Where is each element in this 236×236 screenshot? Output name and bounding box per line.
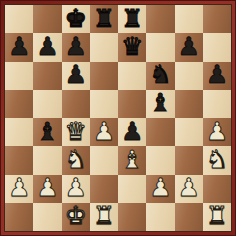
square-d5[interactable]: [90, 90, 118, 118]
square-h5[interactable]: [203, 90, 231, 118]
square-f1[interactable]: [146, 203, 174, 231]
square-f2[interactable]: ♟: [146, 175, 174, 203]
square-h4[interactable]: ♟: [203, 118, 231, 146]
piece-white-king: ♚: [64, 203, 86, 228]
square-c4[interactable]: ♛: [62, 118, 90, 146]
square-d6[interactable]: [90, 62, 118, 90]
piece-black-queen: ♛: [121, 34, 143, 59]
square-b5[interactable]: [33, 90, 61, 118]
square-h7[interactable]: [203, 33, 231, 61]
square-f8[interactable]: [146, 5, 174, 33]
square-e5[interactable]: [118, 90, 146, 118]
chess-board-frame: ♚♜♜♟♟♟♛♟♟♞♟♝♝♛♟♟♟♞♝♞♟♟♟♟♟♚♜♜: [0, 0, 236, 236]
square-b4[interactable]: ♝: [33, 118, 61, 146]
piece-black-rook: ♜: [121, 6, 143, 31]
square-h1[interactable]: ♜: [203, 203, 231, 231]
piece-black-bishop: ♝: [149, 90, 171, 115]
square-b8[interactable]: [33, 5, 61, 33]
square-f3[interactable]: [146, 146, 174, 174]
square-g3[interactable]: [175, 146, 203, 174]
square-d7[interactable]: [90, 33, 118, 61]
square-c8[interactable]: ♚: [62, 5, 90, 33]
square-f4[interactable]: [146, 118, 174, 146]
square-c2[interactable]: ♟: [62, 175, 90, 203]
square-b2[interactable]: ♟: [33, 175, 61, 203]
square-e3[interactable]: ♝: [118, 146, 146, 174]
square-e8[interactable]: ♜: [118, 5, 146, 33]
piece-white-pawn: ♟: [206, 119, 228, 144]
piece-black-pawn: ♟: [206, 62, 228, 87]
piece-white-pawn: ♟: [177, 175, 199, 200]
square-c5[interactable]: [62, 90, 90, 118]
square-c1[interactable]: ♚: [62, 203, 90, 231]
square-e7[interactable]: ♛: [118, 33, 146, 61]
square-h3[interactable]: ♞: [203, 146, 231, 174]
piece-black-pawn: ♟: [121, 119, 143, 144]
square-d1[interactable]: ♜: [90, 203, 118, 231]
square-c6[interactable]: ♟: [62, 62, 90, 90]
square-d3[interactable]: [90, 146, 118, 174]
square-b1[interactable]: [33, 203, 61, 231]
piece-white-rook: ♜: [206, 203, 228, 228]
square-a3[interactable]: [5, 146, 33, 174]
square-b6[interactable]: [33, 62, 61, 90]
piece-white-rook: ♜: [93, 203, 115, 228]
square-a4[interactable]: [5, 118, 33, 146]
square-a5[interactable]: [5, 90, 33, 118]
square-g5[interactable]: [175, 90, 203, 118]
piece-black-rook: ♜: [93, 6, 115, 31]
square-d8[interactable]: ♜: [90, 5, 118, 33]
square-g1[interactable]: [175, 203, 203, 231]
square-e4[interactable]: ♟: [118, 118, 146, 146]
square-g6[interactable]: [175, 62, 203, 90]
square-g7[interactable]: ♟: [175, 33, 203, 61]
piece-white-bishop: ♝: [121, 147, 143, 172]
square-h8[interactable]: [203, 5, 231, 33]
square-e2[interactable]: [118, 175, 146, 203]
square-a6[interactable]: [5, 62, 33, 90]
square-g8[interactable]: [175, 5, 203, 33]
square-g4[interactable]: [175, 118, 203, 146]
piece-black-king: ♚: [64, 6, 86, 31]
piece-white-pawn: ♟: [36, 175, 58, 200]
square-c7[interactable]: ♟: [62, 33, 90, 61]
square-a1[interactable]: [5, 203, 33, 231]
square-c3[interactable]: ♞: [62, 146, 90, 174]
square-a2[interactable]: ♟: [5, 175, 33, 203]
square-f5[interactable]: ♝: [146, 90, 174, 118]
square-e1[interactable]: [118, 203, 146, 231]
square-h2[interactable]: [203, 175, 231, 203]
square-h6[interactable]: ♟: [203, 62, 231, 90]
piece-white-pawn: ♟: [149, 175, 171, 200]
piece-black-pawn: ♟: [36, 34, 58, 59]
piece-white-knight: ♞: [64, 147, 86, 172]
piece-black-pawn: ♟: [177, 34, 199, 59]
piece-black-pawn: ♟: [64, 34, 86, 59]
square-f7[interactable]: [146, 33, 174, 61]
chess-board: ♚♜♜♟♟♟♛♟♟♞♟♝♝♛♟♟♟♞♝♞♟♟♟♟♟♚♜♜: [5, 5, 231, 231]
piece-white-pawn: ♟: [93, 119, 115, 144]
square-d4[interactable]: ♟: [90, 118, 118, 146]
piece-white-queen: ♛: [64, 119, 86, 144]
square-a7[interactable]: ♟: [5, 33, 33, 61]
piece-white-knight: ♞: [206, 147, 228, 172]
piece-black-bishop: ♝: [36, 119, 58, 144]
square-d2[interactable]: [90, 175, 118, 203]
piece-black-pawn: ♟: [64, 62, 86, 87]
piece-black-pawn: ♟: [8, 34, 30, 59]
piece-white-pawn: ♟: [64, 175, 86, 200]
piece-white-pawn: ♟: [8, 175, 30, 200]
square-g2[interactable]: ♟: [175, 175, 203, 203]
square-e6[interactable]: [118, 62, 146, 90]
square-f6[interactable]: ♞: [146, 62, 174, 90]
square-a8[interactable]: [5, 5, 33, 33]
square-b3[interactable]: [33, 146, 61, 174]
square-b7[interactable]: ♟: [33, 33, 61, 61]
piece-black-knight: ♞: [149, 62, 171, 87]
